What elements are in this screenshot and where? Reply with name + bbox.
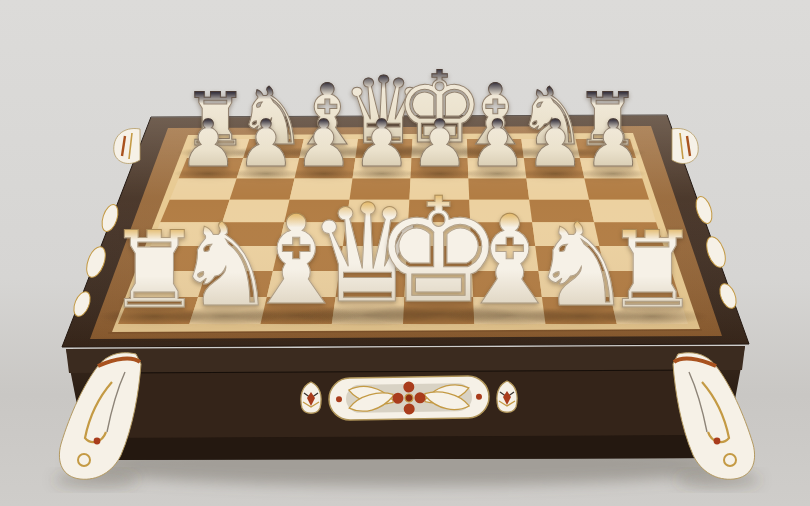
piece-black-pawn-c7[interactable]: ♟ <box>295 112 353 177</box>
porcelain-foot-right <box>673 353 760 487</box>
porcelain-corner-cap-right <box>672 129 698 164</box>
piece-black-pawn-g7[interactable]: ♟ <box>526 112 584 177</box>
drawer-handle[interactable] <box>329 376 490 421</box>
piece-black-pawn-a7[interactable]: ♟ <box>179 112 237 177</box>
piece-white-rook-h1[interactable]: ♜ <box>604 217 699 323</box>
studio-photo-stage: ♜♞♝♛♚♝♞♜♟♟♟♟♟♟♟♟♜♞♝♛♚♝♞♜ <box>0 0 810 506</box>
piece-black-pawn-h7[interactable]: ♟ <box>584 112 642 177</box>
drawer-knob-right[interactable] <box>497 381 517 412</box>
porcelain-foot-left <box>54 353 141 487</box>
piece-black-pawn-b7[interactable]: ♟ <box>237 112 295 177</box>
side-rail-ornaments-right <box>693 195 739 311</box>
drawer-knob-left[interactable] <box>301 382 321 413</box>
porcelain-corner-cap-left <box>114 129 140 164</box>
